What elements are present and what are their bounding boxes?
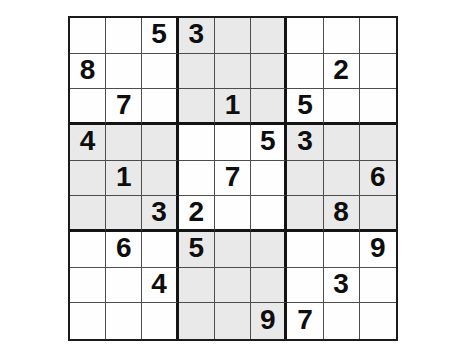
sudoku-cell-r1c2[interactable] xyxy=(106,18,142,54)
sudoku-cell-r1c7[interactable] xyxy=(287,18,323,54)
given-digit: 8 xyxy=(333,198,349,226)
sudoku-cell-r1c9[interactable] xyxy=(360,18,396,54)
sudoku-cell-r2c7[interactable] xyxy=(287,54,323,90)
sudoku-cell-r6c6[interactable] xyxy=(251,196,287,232)
sudoku-cell-r6c5[interactable] xyxy=(215,196,251,232)
sudoku-cell-r7c2[interactable]: 6 xyxy=(106,232,142,268)
sudoku-cell-r3c8[interactable] xyxy=(324,89,360,125)
sudoku-cell-r4c5[interactable] xyxy=(215,125,251,161)
sudoku-cell-r8c2[interactable] xyxy=(106,268,142,304)
sudoku-cell-r3c5[interactable]: 1 xyxy=(215,89,251,125)
sudoku-page: 53827154531763286594397 xyxy=(0,0,465,348)
sudoku-cell-r5c3[interactable] xyxy=(142,161,178,197)
sudoku-cell-r5c6[interactable] xyxy=(251,161,287,197)
sudoku-cell-r6c4[interactable]: 2 xyxy=(179,196,215,232)
sudoku-cell-r1c3[interactable]: 5 xyxy=(142,18,178,54)
given-digit: 5 xyxy=(188,234,204,262)
sudoku-cell-r7c7[interactable] xyxy=(287,232,323,268)
given-digit: 3 xyxy=(188,20,204,48)
sudoku-cell-r9c7[interactable]: 7 xyxy=(287,303,323,339)
sudoku-cell-r8c7[interactable] xyxy=(287,268,323,304)
given-digit: 4 xyxy=(80,127,96,155)
sudoku-cell-r3c4[interactable] xyxy=(179,89,215,125)
sudoku-cell-r5c9[interactable]: 6 xyxy=(360,161,396,197)
sudoku-cell-r7c6[interactable] xyxy=(251,232,287,268)
sudoku-cell-r1c6[interactable] xyxy=(251,18,287,54)
given-digit: 5 xyxy=(260,127,276,155)
sudoku-cell-r6c1[interactable] xyxy=(70,196,106,232)
sudoku-cell-r2c6[interactable] xyxy=(251,54,287,90)
sudoku-cell-r3c3[interactable] xyxy=(142,89,178,125)
sudoku-cell-r5c4[interactable] xyxy=(179,161,215,197)
given-digit: 4 xyxy=(151,270,167,298)
sudoku-cell-r6c9[interactable] xyxy=(360,196,396,232)
sudoku-cell-r2c1[interactable]: 8 xyxy=(70,54,106,90)
given-digit: 3 xyxy=(333,270,349,298)
sudoku-cell-r9c3[interactable] xyxy=(142,303,178,339)
sudoku-cell-r8c4[interactable] xyxy=(179,268,215,304)
sudoku-cell-r8c9[interactable] xyxy=(360,268,396,304)
sudoku-cell-r4c2[interactable] xyxy=(106,125,142,161)
sudoku-cell-r1c1[interactable] xyxy=(70,18,106,54)
sudoku-cell-r4c6[interactable]: 5 xyxy=(251,125,287,161)
given-digit: 3 xyxy=(297,127,313,155)
sudoku-cell-r3c9[interactable] xyxy=(360,89,396,125)
sudoku-cell-r2c2[interactable] xyxy=(106,54,142,90)
sudoku-cell-r4c3[interactable] xyxy=(142,125,178,161)
sudoku-cell-r8c6[interactable] xyxy=(251,268,287,304)
given-digit: 8 xyxy=(80,56,96,84)
sudoku-cell-r2c4[interactable] xyxy=(179,54,215,90)
given-digit: 9 xyxy=(370,234,386,262)
sudoku-cell-r3c6[interactable] xyxy=(251,89,287,125)
sudoku-cell-r7c1[interactable] xyxy=(70,232,106,268)
sudoku-cell-r6c7[interactable] xyxy=(287,196,323,232)
sudoku-cell-r5c1[interactable] xyxy=(70,161,106,197)
sudoku-cell-r8c1[interactable] xyxy=(70,268,106,304)
sudoku-cell-r3c2[interactable]: 7 xyxy=(106,89,142,125)
sudoku-cell-r4c8[interactable] xyxy=(324,125,360,161)
sudoku-cell-r8c8[interactable]: 3 xyxy=(324,268,360,304)
sudoku-cell-r6c3[interactable]: 3 xyxy=(142,196,178,232)
sudoku-cell-r9c8[interactable] xyxy=(324,303,360,339)
given-digit: 1 xyxy=(116,163,132,191)
sudoku-cell-r9c2[interactable] xyxy=(106,303,142,339)
given-digit: 5 xyxy=(151,20,167,48)
sudoku-cell-r6c2[interactable] xyxy=(106,196,142,232)
sudoku-cell-r3c1[interactable] xyxy=(70,89,106,125)
sudoku-cell-r8c5[interactable] xyxy=(215,268,251,304)
sudoku-cell-r7c8[interactable] xyxy=(324,232,360,268)
given-digit: 5 xyxy=(297,91,313,119)
sudoku-cell-r2c5[interactable] xyxy=(215,54,251,90)
given-digit: 6 xyxy=(370,163,386,191)
given-digit: 3 xyxy=(151,198,167,226)
sudoku-cell-r7c9[interactable]: 9 xyxy=(360,232,396,268)
sudoku-board: 53827154531763286594397 xyxy=(68,16,398,341)
sudoku-cell-r5c5[interactable]: 7 xyxy=(215,161,251,197)
sudoku-cell-r8c3[interactable]: 4 xyxy=(142,268,178,304)
sudoku-cell-r1c4[interactable]: 3 xyxy=(179,18,215,54)
sudoku-cell-r4c9[interactable] xyxy=(360,125,396,161)
given-digit: 6 xyxy=(116,234,132,262)
sudoku-cell-r9c1[interactable] xyxy=(70,303,106,339)
sudoku-cell-r5c2[interactable]: 1 xyxy=(106,161,142,197)
sudoku-cell-r2c3[interactable] xyxy=(142,54,178,90)
sudoku-cell-r7c5[interactable] xyxy=(215,232,251,268)
sudoku-cell-r5c8[interactable] xyxy=(324,161,360,197)
given-digit: 2 xyxy=(333,56,349,84)
sudoku-cell-r4c7[interactable]: 3 xyxy=(287,125,323,161)
given-digit: 2 xyxy=(188,198,204,226)
given-digit: 7 xyxy=(297,306,313,334)
sudoku-cell-r9c5[interactable] xyxy=(215,303,251,339)
sudoku-cell-r5c7[interactable] xyxy=(287,161,323,197)
given-digit: 7 xyxy=(225,163,241,191)
sudoku-cell-r9c6[interactable]: 9 xyxy=(251,303,287,339)
sudoku-cell-r6c8[interactable]: 8 xyxy=(324,196,360,232)
sudoku-cell-r7c4[interactable]: 5 xyxy=(179,232,215,268)
sudoku-cell-r1c8[interactable] xyxy=(324,18,360,54)
sudoku-cell-r7c3[interactable] xyxy=(142,232,178,268)
sudoku-cell-r1c5[interactable] xyxy=(215,18,251,54)
sudoku-cell-r9c9[interactable] xyxy=(360,303,396,339)
sudoku-cell-r4c4[interactable] xyxy=(179,125,215,161)
given-digit: 1 xyxy=(225,91,241,119)
sudoku-cell-r3c7[interactable]: 5 xyxy=(287,89,323,125)
sudoku-cell-r2c8[interactable]: 2 xyxy=(324,54,360,90)
sudoku-cell-r2c9[interactable] xyxy=(360,54,396,90)
sudoku-cell-r4c1[interactable]: 4 xyxy=(70,125,106,161)
given-digit: 9 xyxy=(260,306,276,334)
sudoku-cell-r9c4[interactable] xyxy=(179,303,215,339)
given-digit: 7 xyxy=(116,91,132,119)
